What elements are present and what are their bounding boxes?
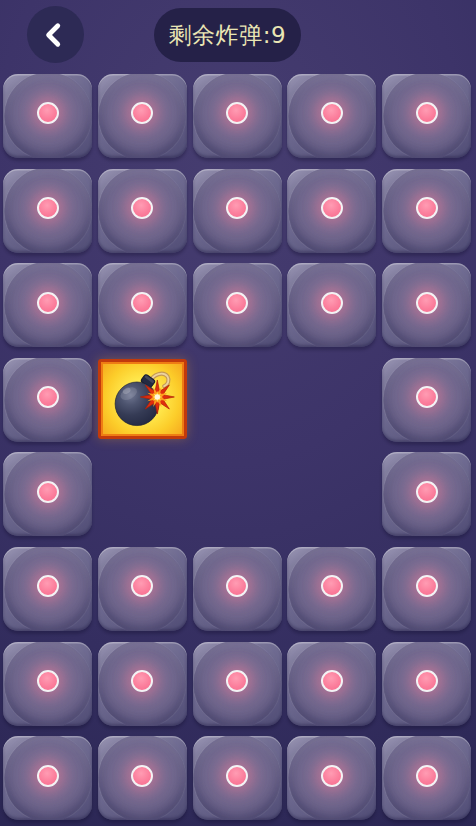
tile-dot <box>131 670 153 692</box>
tile-dot <box>321 102 343 124</box>
covered-tile[interactable] <box>287 263 376 347</box>
tile-dot <box>416 386 438 408</box>
tile-dot <box>321 575 343 597</box>
bomb-icon <box>105 365 180 433</box>
covered-tile[interactable] <box>3 642 92 726</box>
covered-tile[interactable] <box>287 74 376 158</box>
board <box>3 74 471 820</box>
covered-tile[interactable] <box>3 74 92 158</box>
covered-tile[interactable] <box>98 547 187 631</box>
covered-tile[interactable] <box>3 169 92 253</box>
revealed-empty-cell <box>287 358 376 442</box>
covered-tile[interactable] <box>3 547 92 631</box>
covered-tile[interactable] <box>382 736 471 820</box>
tile-dot <box>226 765 248 787</box>
tile-dot <box>321 765 343 787</box>
covered-tile[interactable] <box>382 169 471 253</box>
covered-tile[interactable] <box>3 358 92 442</box>
tile-dot <box>416 197 438 219</box>
covered-tile[interactable] <box>287 642 376 726</box>
tile-dot <box>321 670 343 692</box>
tile-dot <box>416 575 438 597</box>
covered-tile[interactable] <box>382 263 471 347</box>
screen: 剩余炸弹:9 <box>0 0 476 826</box>
tile-dot <box>131 575 153 597</box>
covered-tile[interactable] <box>382 642 471 726</box>
covered-tile[interactable] <box>98 74 187 158</box>
tile-dot <box>416 670 438 692</box>
bombs-remaining-text: 剩余炸弹:9 <box>169 20 286 51</box>
tile-dot <box>37 197 59 219</box>
covered-tile[interactable] <box>193 263 282 347</box>
tile-dot <box>226 102 248 124</box>
tile-dot <box>416 292 438 314</box>
covered-tile[interactable] <box>3 452 92 536</box>
tile-dot <box>226 292 248 314</box>
tile-dot <box>131 197 153 219</box>
tile-dot <box>37 292 59 314</box>
tile-dot <box>37 481 59 503</box>
revealed-empty-cell <box>193 358 282 442</box>
tile-dot <box>321 197 343 219</box>
bomb-cell <box>98 359 187 439</box>
covered-tile[interactable] <box>3 263 92 347</box>
covered-tile[interactable] <box>287 169 376 253</box>
tile-dot <box>321 292 343 314</box>
revealed-empty-cell <box>98 452 187 536</box>
tile-dot <box>416 481 438 503</box>
tile-dot <box>226 575 248 597</box>
covered-tile[interactable] <box>193 736 282 820</box>
covered-tile[interactable] <box>382 358 471 442</box>
tile-dot <box>37 670 59 692</box>
tile-dot <box>226 670 248 692</box>
covered-tile[interactable] <box>382 452 471 536</box>
tile-dot <box>37 386 59 408</box>
covered-tile[interactable] <box>98 263 187 347</box>
tile-dot <box>131 102 153 124</box>
back-button[interactable] <box>27 6 84 63</box>
covered-tile[interactable] <box>382 547 471 631</box>
covered-tile[interactable] <box>382 74 471 158</box>
covered-tile[interactable] <box>193 547 282 631</box>
covered-tile[interactable] <box>193 74 282 158</box>
tile-dot <box>416 102 438 124</box>
tile-dot <box>226 197 248 219</box>
covered-tile[interactable] <box>287 736 376 820</box>
bombs-remaining-badge: 剩余炸弹:9 <box>154 8 301 62</box>
tile-dot <box>131 765 153 787</box>
revealed-empty-cell <box>193 452 282 536</box>
covered-tile[interactable] <box>98 642 187 726</box>
tile-dot <box>416 765 438 787</box>
covered-tile[interactable] <box>3 736 92 820</box>
chevron-left-icon <box>41 22 67 48</box>
tile-dot <box>37 765 59 787</box>
covered-tile[interactable] <box>287 547 376 631</box>
tile-dot <box>37 102 59 124</box>
covered-tile[interactable] <box>193 642 282 726</box>
covered-tile[interactable] <box>193 169 282 253</box>
covered-tile[interactable] <box>98 169 187 253</box>
tile-dot <box>37 575 59 597</box>
revealed-empty-cell <box>287 452 376 536</box>
tile-dot <box>131 292 153 314</box>
covered-tile[interactable] <box>98 736 187 820</box>
